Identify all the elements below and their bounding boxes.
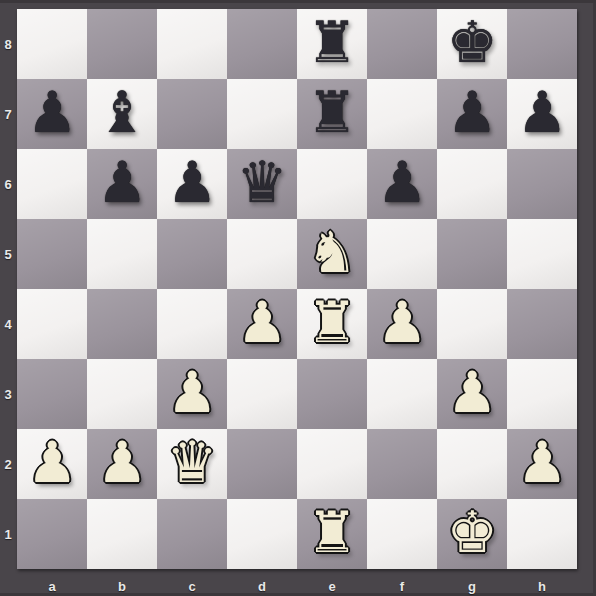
square-b1[interactable] [87,499,157,569]
square-h6[interactable] [507,149,577,219]
square-e4[interactable]: ♜ [297,289,367,359]
square-c5[interactable] [157,219,227,289]
square-d1[interactable] [227,499,297,569]
square-h5[interactable] [507,219,577,289]
square-a3[interactable] [17,359,87,429]
file-label-f: f [367,577,437,596]
file-label-e: e [297,577,367,596]
square-a2[interactable]: ♟ [17,429,87,499]
square-f8[interactable] [367,9,437,79]
square-a4[interactable] [17,289,87,359]
square-g5[interactable] [437,219,507,289]
white-pawn-d4: ♟ [236,294,287,351]
square-g1[interactable]: ♚ [437,499,507,569]
black-bishop-b7: ♝ [96,84,147,141]
file-label-c: c [157,577,227,596]
square-e1[interactable]: ♜ [297,499,367,569]
square-b4[interactable] [87,289,157,359]
white-rook-e4: ♜ [306,294,357,351]
square-d3[interactable] [227,359,297,429]
white-pawn-b2: ♟ [96,434,147,491]
square-d2[interactable] [227,429,297,499]
square-f4[interactable]: ♟ [367,289,437,359]
black-pawn-a7: ♟ [26,84,77,141]
square-f1[interactable] [367,499,437,569]
square-e6[interactable] [297,149,367,219]
square-b8[interactable] [87,9,157,79]
square-h8[interactable] [507,9,577,79]
rank-label-2: 2 [0,429,16,499]
rank-label-8: 8 [0,9,16,79]
square-b3[interactable] [87,359,157,429]
square-h2[interactable]: ♟ [507,429,577,499]
square-a7[interactable]: ♟ [17,79,87,149]
white-queen-c2: ♛ [166,434,217,491]
rank-label-3: 3 [0,359,16,429]
square-f2[interactable] [367,429,437,499]
square-d8[interactable] [227,9,297,79]
white-pawn-h2: ♟ [516,434,567,491]
black-queen-d6: ♛ [236,154,287,211]
square-h3[interactable] [507,359,577,429]
black-pawn-h7: ♟ [516,84,567,141]
square-e3[interactable] [297,359,367,429]
square-e5[interactable]: ♞ [297,219,367,289]
square-a1[interactable] [17,499,87,569]
square-c7[interactable] [157,79,227,149]
square-b6[interactable]: ♟ [87,149,157,219]
square-e7[interactable]: ♜ [297,79,367,149]
white-pawn-a2: ♟ [26,434,77,491]
square-c2[interactable]: ♛ [157,429,227,499]
chess-board: ♜♚♟♝♜♟♟♟♟♛♟♞♟♜♟♟♟♟♟♛♟♜♚ [17,9,577,569]
square-c1[interactable] [157,499,227,569]
square-g6[interactable] [437,149,507,219]
white-pawn-c3: ♟ [166,364,217,421]
square-a5[interactable] [17,219,87,289]
rank-label-4: 4 [0,289,16,359]
square-f7[interactable] [367,79,437,149]
square-d7[interactable] [227,79,297,149]
square-f3[interactable] [367,359,437,429]
square-b7[interactable]: ♝ [87,79,157,149]
square-g7[interactable]: ♟ [437,79,507,149]
white-pawn-g3: ♟ [446,364,497,421]
white-king-g1: ♚ [446,504,497,561]
black-pawn-f6: ♟ [376,154,427,211]
square-g3[interactable]: ♟ [437,359,507,429]
file-label-d: d [227,577,297,596]
square-h4[interactable] [507,289,577,359]
rank-label-5: 5 [0,219,16,289]
square-g4[interactable] [437,289,507,359]
square-c8[interactable] [157,9,227,79]
file-label-g: g [437,577,507,596]
square-b2[interactable]: ♟ [87,429,157,499]
black-pawn-b6: ♟ [96,154,147,211]
square-c6[interactable]: ♟ [157,149,227,219]
square-a6[interactable] [17,149,87,219]
file-label-b: b [87,577,157,596]
square-g2[interactable] [437,429,507,499]
rank-label-1: 1 [0,499,16,569]
square-d6[interactable]: ♛ [227,149,297,219]
square-c3[interactable]: ♟ [157,359,227,429]
square-g8[interactable]: ♚ [437,9,507,79]
square-c4[interactable] [157,289,227,359]
black-pawn-c6: ♟ [166,154,217,211]
white-pawn-f4: ♟ [376,294,427,351]
square-a8[interactable] [17,9,87,79]
black-rook-e7: ♜ [306,84,357,141]
file-label-a: a [17,577,87,596]
black-pawn-g7: ♟ [446,84,497,141]
square-e2[interactable] [297,429,367,499]
square-f5[interactable] [367,219,437,289]
file-label-h: h [507,577,577,596]
square-d4[interactable]: ♟ [227,289,297,359]
square-f6[interactable]: ♟ [367,149,437,219]
square-h1[interactable] [507,499,577,569]
white-rook-e1: ♜ [306,504,357,561]
square-h7[interactable]: ♟ [507,79,577,149]
white-knight-e5: ♞ [306,224,357,281]
square-d5[interactable] [227,219,297,289]
square-b5[interactable] [87,219,157,289]
chess-board-frame: ♜♚♟♝♜♟♟♟♟♛♟♞♟♜♟♟♟♟♟♛♟♜♚ 87654321 abcdefg… [0,0,596,596]
square-e8[interactable]: ♜ [297,9,367,79]
rank-label-7: 7 [0,79,16,149]
black-rook-e8: ♜ [306,14,357,71]
black-king-g8: ♚ [446,14,497,71]
rank-label-6: 6 [0,149,16,219]
